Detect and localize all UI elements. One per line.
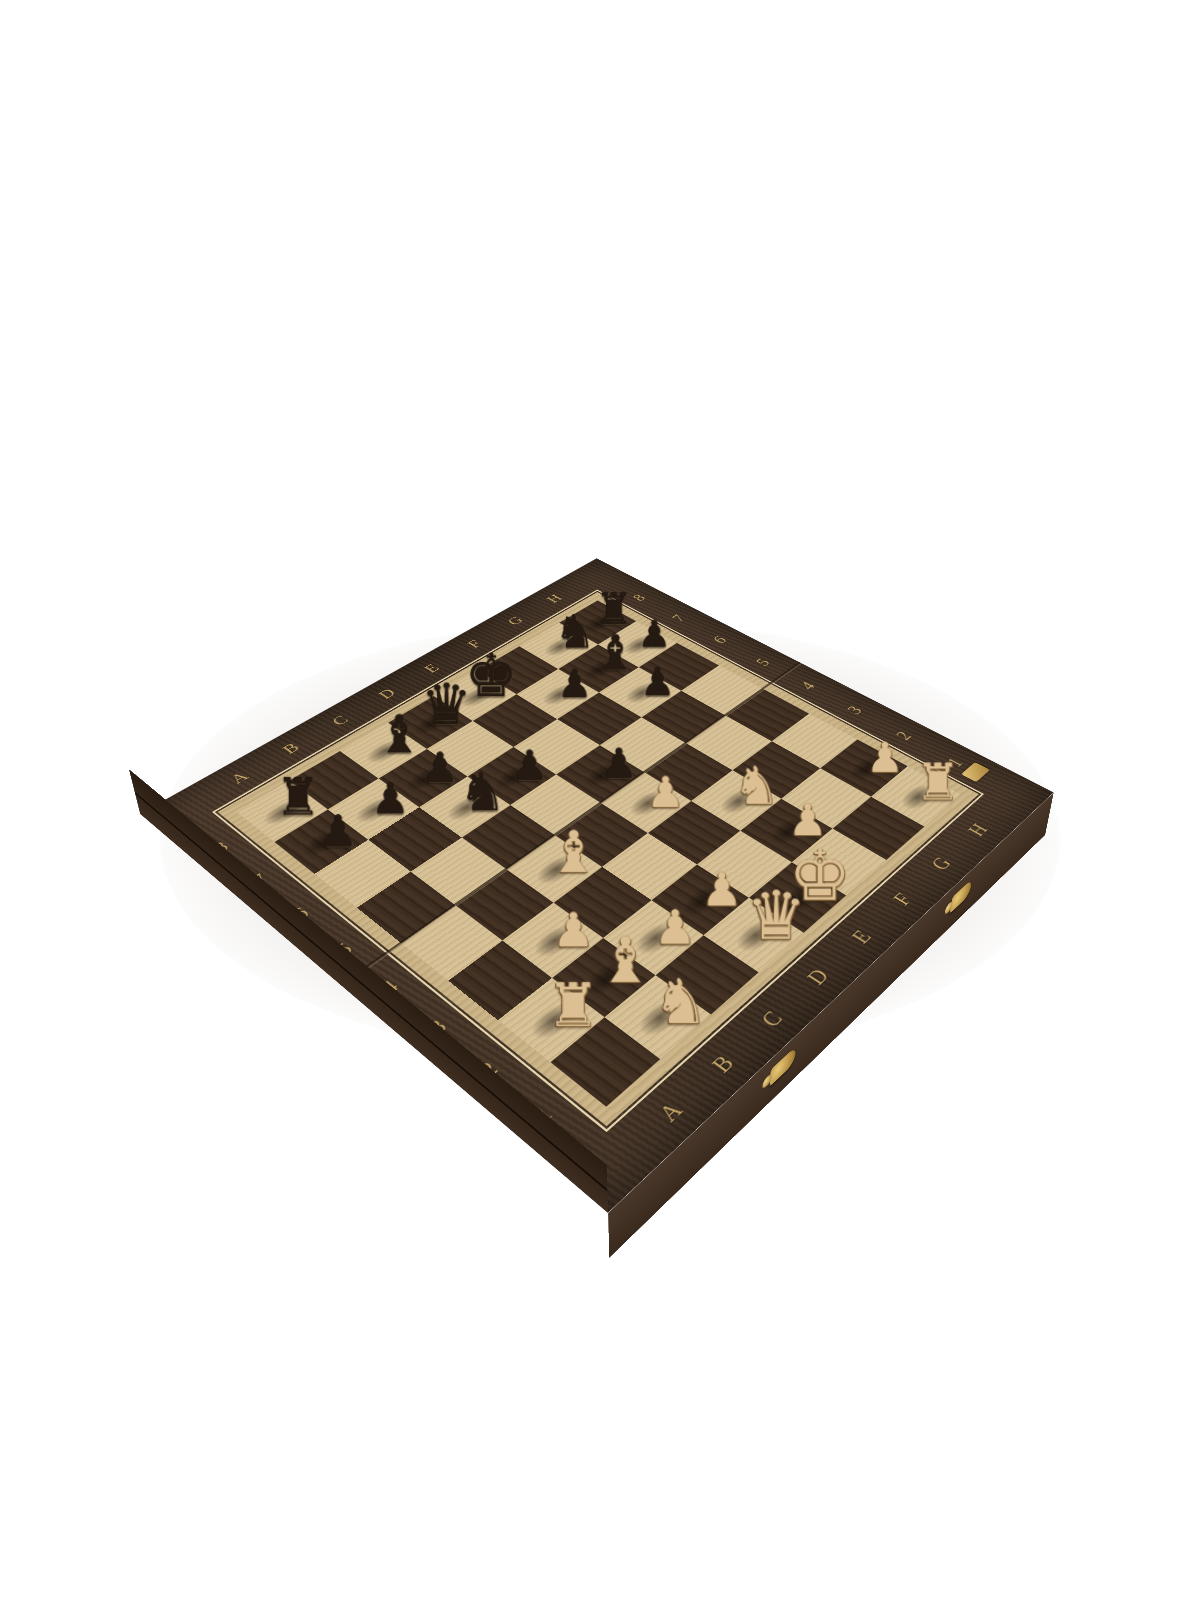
piece-white-b-c4[interactable]: ♝ xyxy=(510,824,638,881)
white-b-glyph-icon: ♝ xyxy=(548,824,600,881)
white-r-glyph-icon: ♜ xyxy=(546,976,599,1036)
piece-white-r-h1[interactable]: ♜ xyxy=(877,757,997,807)
board-squares: ♜♝♛♚♞♜♟♟♟♟♝♟♞♟♟♟♝♟♟♞♜♝♟♟♟♟♞♛♚♜ xyxy=(236,601,960,1107)
white-p-glyph-icon: ♟ xyxy=(646,772,684,814)
chess-board: ♜♝♛♚♞♜♟♟♟♟♝♟♞♟♟♟♝♟♟♞♜♝♟♟♟♟♞♛♚♜ 12345678 … xyxy=(140,558,1054,1213)
product-photo-page: ♜♝♛♚♞♜♟♟♟♟♝♟♞♟♟♟♝♟♟♞♜♝♟♟♟♟♞♛♚♜ 12345678 … xyxy=(0,0,1200,1600)
white-r-glyph-icon: ♜ xyxy=(915,757,960,807)
black-p-glyph-icon: ♟ xyxy=(557,665,592,704)
white-n-glyph-icon: ♞ xyxy=(653,971,708,1033)
piece-white-r-a2[interactable]: ♜ xyxy=(501,976,644,1036)
scene: ♜♝♛♚♞♜♟♟♟♟♝♟♞♟♟♟♝♟♟♞♜♝♟♟♟♟♞♛♚♜ 12345678 … xyxy=(60,330,1140,1230)
piece-white-p-e4[interactable]: ♟ xyxy=(605,772,726,814)
black-n-glyph-icon: ♞ xyxy=(459,766,506,819)
black-p-glyph-icon: ♟ xyxy=(318,810,357,854)
piece-black-p-a7[interactable]: ♟ xyxy=(276,810,401,854)
white-q-glyph-icon: ♛ xyxy=(746,882,806,949)
black-p-glyph-icon: ♟ xyxy=(640,663,675,701)
